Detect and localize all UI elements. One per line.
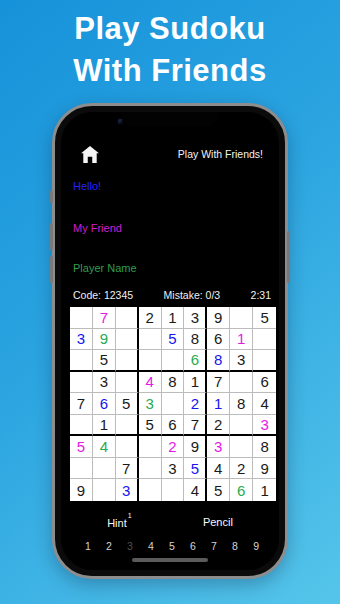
sudoku-cell-r6c3[interactable] [116,415,139,437]
sudoku-cell-r2c2[interactable]: 9 [93,329,116,351]
sudoku-cell-r9c8[interactable]: 6 [230,479,253,501]
sudoku-cell-r7c7[interactable]: 3 [207,436,230,458]
hint-button[interactable]: Hint1 [107,516,130,529]
sudoku-cell-r1c8[interactable] [230,307,253,329]
sudoku-cell-r2c6[interactable]: 8 [184,329,207,351]
sudoku-cell-r8c4[interactable] [139,458,162,480]
hint-count-badge: 1 [128,512,132,519]
sudoku-cell-r7c1[interactable]: 5 [70,436,93,458]
mistake-counter: Mistake: 0/3 [164,289,221,301]
sudoku-cell-r8c7[interactable]: 4 [207,458,230,480]
sudoku-cell-r5c5[interactable] [162,393,185,415]
sudoku-cell-r3c2[interactable]: 5 [93,350,116,372]
sudoku-cell-r3c4[interactable] [139,350,162,372]
player-name-label: Player Name [73,262,137,274]
status-row: Code: 12345 Mistake: 0/3 2:31 [73,289,271,301]
numpad-digit-6[interactable]: 6 [188,540,198,552]
sudoku-cell-r4c6[interactable]: 1 [184,372,207,394]
phone-screen: Play With Friends! Hello! My Friend Play… [61,112,279,570]
sudoku-cell-r5c6[interactable]: 2 [184,393,207,415]
sudoku-cell-r1c5[interactable]: 1 [162,307,185,329]
sudoku-cell-r6c5[interactable]: 6 [162,415,185,437]
notch [122,112,218,127]
sudoku-cell-r9c5[interactable] [162,479,185,501]
numpad-digit-9[interactable]: 9 [251,540,261,552]
sudoku-cell-r6c6[interactable]: 7 [184,415,207,437]
game-code: Code: 12345 [73,289,133,301]
hero-title: Play Sudoku With Friends [0,8,340,92]
sudoku-cell-r1c9[interactable]: 5 [253,307,276,329]
sudoku-cell-r4c2[interactable]: 3 [93,372,116,394]
numpad-digit-8[interactable]: 8 [230,540,240,552]
sudoku-cell-r2c4[interactable] [139,329,162,351]
sudoku-cell-r9c1[interactable]: 9 [70,479,93,501]
sudoku-cell-r5c2[interactable]: 6 [93,393,116,415]
home-icon[interactable] [81,146,99,163]
sudoku-cell-r3c5[interactable] [162,350,185,372]
app-header: Play With Friends! [81,144,263,164]
sudoku-cell-r6c1[interactable] [70,415,93,437]
sudoku-cell-r2c9[interactable] [253,329,276,351]
sudoku-cell-r9c4[interactable] [139,479,162,501]
sudoku-cell-r1c7[interactable]: 9 [207,307,230,329]
sudoku-cell-r6c8[interactable] [230,415,253,437]
mute-switch [50,190,53,203]
sudoku-cell-r7c2[interactable]: 4 [93,436,116,458]
sudoku-cell-r8c9[interactable]: 9 [253,458,276,480]
numpad-digit-4[interactable]: 4 [146,540,156,552]
power-button [287,231,290,283]
sudoku-cell-r3c7[interactable]: 8 [207,350,230,372]
sudoku-cell-r2c3[interactable] [116,329,139,351]
sudoku-cell-r1c6[interactable]: 3 [184,307,207,329]
app-title: Play With Friends! [178,148,263,160]
sudoku-cell-r8c5[interactable]: 3 [162,458,185,480]
sudoku-cell-r4c9[interactable]: 6 [253,372,276,394]
sudoku-cell-r9c7[interactable]: 5 [207,479,230,501]
sudoku-grid: 7213953958615683348176765321841567235429… [68,305,278,503]
sudoku-cell-r3c8[interactable]: 3 [230,350,253,372]
sudoku-cell-r4c1[interactable] [70,372,93,394]
sudoku-cell-r7c4[interactable] [139,436,162,458]
sudoku-cell-r3c1[interactable] [70,350,93,372]
sudoku-cell-r9c3[interactable]: 3 [116,479,139,501]
sudoku-cell-r4c5[interactable]: 8 [162,372,185,394]
numpad-digit-5[interactable]: 5 [167,540,177,552]
front-camera [118,119,123,124]
sudoku-cell-r8c8[interactable]: 2 [230,458,253,480]
sudoku-cell-r2c5[interactable]: 5 [162,329,185,351]
sudoku-cell-r7c8[interactable] [230,436,253,458]
sudoku-cell-r1c4[interactable]: 2 [139,307,162,329]
sudoku-cell-r7c5[interactable]: 2 [162,436,185,458]
sudoku-cell-r3c3[interactable] [116,350,139,372]
timer: 2:31 [251,289,271,301]
sudoku-cell-r1c1[interactable] [70,307,93,329]
sudoku-cell-r4c4[interactable]: 4 [139,372,162,394]
sudoku-cell-r2c7[interactable]: 6 [207,329,230,351]
sudoku-cell-r3c6[interactable]: 6 [184,350,207,372]
sudoku-cell-r5c7[interactable]: 1 [207,393,230,415]
sudoku-cell-r8c3[interactable]: 7 [116,458,139,480]
sudoku-cell-r3c9[interactable] [253,350,276,372]
sudoku-cell-r6c2[interactable]: 1 [93,415,116,437]
sudoku-cell-r5c8[interactable]: 8 [230,393,253,415]
numpad-digit-3[interactable]: 3 [125,540,135,552]
controls-row: Hint1 Pencil [71,514,269,530]
sudoku-cell-r6c9[interactable]: 3 [253,415,276,437]
sudoku-cell-r5c4[interactable]: 3 [139,393,162,415]
sudoku-cell-r4c8[interactable] [230,372,253,394]
hero-title-line2: With Friends [0,50,340,92]
numpad-digit-1[interactable]: 1 [83,540,93,552]
sudoku-cell-r1c2[interactable]: 7 [93,307,116,329]
sudoku-cell-r8c1[interactable] [70,458,93,480]
sudoku-cell-r4c3[interactable] [116,372,139,394]
sudoku-cell-r1c3[interactable] [116,307,139,329]
numpad-digit-2[interactable]: 2 [104,540,114,552]
sudoku-cell-r8c6[interactable]: 5 [184,458,207,480]
sudoku-cell-r7c3[interactable] [116,436,139,458]
sudoku-cell-r2c8[interactable]: 1 [230,329,253,351]
greeting-label: Hello! [73,180,101,192]
sudoku-cell-r7c9[interactable]: 8 [253,436,276,458]
numpad: 123456789 [83,539,261,553]
sudoku-cell-r6c7[interactable]: 2 [207,415,230,437]
sudoku-cell-r2c1[interactable]: 3 [70,329,93,351]
sudoku-cell-r9c2[interactable] [93,479,116,501]
sudoku-cell-r5c9[interactable]: 4 [253,393,276,415]
sudoku-cell-r8c2[interactable] [93,458,116,480]
numpad-digit-7[interactable]: 7 [209,540,219,552]
sudoku-cell-r6c4[interactable]: 5 [139,415,162,437]
sudoku-cell-r7c6[interactable]: 9 [184,436,207,458]
volume-up-button [50,223,53,250]
hero-title-line1: Play Sudoku [0,8,340,50]
sudoku-cell-r4c7[interactable]: 7 [207,372,230,394]
volume-down-button [50,256,53,283]
pencil-button[interactable]: Pencil [203,516,233,528]
friend-name-label: My Friend [73,222,122,234]
sudoku-cell-r5c1[interactable]: 7 [70,393,93,415]
sudoku-cell-r9c6[interactable]: 4 [184,479,207,501]
sudoku-cell-r9c9[interactable]: 1 [253,479,276,501]
home-indicator [132,558,208,562]
sudoku-cell-r5c3[interactable]: 5 [116,393,139,415]
phone-mockup: Play With Friends! Hello! My Friend Play… [52,103,288,579]
